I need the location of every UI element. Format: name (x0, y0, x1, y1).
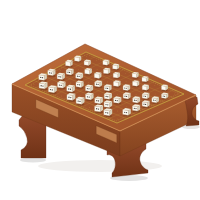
tile-face-two-pips[interactable] (76, 81, 84, 89)
tile-face-two-pips[interactable] (66, 68, 73, 76)
tile-face-two-pips[interactable] (39, 73, 47, 82)
tile-face-two-pips[interactable] (85, 93, 93, 102)
pip (67, 72, 68, 73)
pip (126, 96, 127, 97)
tile-back[interactable] (132, 72, 138, 79)
tile-face-two-pips[interactable] (57, 81, 65, 90)
pip (145, 104, 146, 105)
pip (58, 76, 59, 77)
pip (136, 100, 137, 101)
pip (115, 100, 116, 101)
pip (87, 88, 88, 89)
pip (61, 85, 62, 86)
grid-motif (89, 107, 90, 108)
pip (88, 88, 89, 89)
tile-face-two-pips[interactable] (152, 96, 159, 103)
pip (134, 100, 135, 101)
grid-motif (154, 85, 155, 86)
tile-face-two-pips[interactable] (123, 108, 131, 117)
tile-back[interactable] (66, 60, 73, 67)
pip (77, 84, 78, 85)
tile-face-two-pips[interactable] (133, 96, 140, 104)
pip (135, 108, 136, 109)
pip (106, 96, 107, 97)
pip (79, 76, 80, 77)
tile-back[interactable] (133, 80, 140, 87)
pip (124, 87, 125, 88)
pip (40, 77, 41, 78)
tile-face-two-pips[interactable] (104, 92, 112, 100)
pip (126, 88, 127, 89)
tile-face-two-pips[interactable] (123, 84, 130, 91)
pip (107, 104, 108, 105)
pip (96, 84, 97, 85)
tile-face-two-pips[interactable] (104, 100, 112, 109)
pip (145, 96, 146, 97)
pip (143, 104, 144, 105)
tile-back[interactable] (142, 84, 149, 91)
pip (96, 100, 97, 101)
pip (105, 112, 106, 113)
tile-back[interactable] (85, 68, 92, 75)
pip (124, 96, 125, 97)
pip (79, 101, 80, 102)
tile-back[interactable] (113, 64, 119, 71)
pip (134, 108, 135, 109)
tile-back[interactable] (113, 80, 120, 87)
tile-back[interactable] (75, 55, 82, 62)
grid-motif (88, 82, 89, 83)
tile-back[interactable] (104, 68, 111, 75)
grid-motif (125, 73, 126, 74)
pip (89, 96, 90, 97)
tile-face-two-pips[interactable] (85, 85, 93, 93)
tile-face-two-pips[interactable] (142, 100, 149, 108)
pip (105, 104, 106, 105)
pip (40, 85, 41, 86)
pip (59, 84, 60, 85)
pip (77, 100, 78, 101)
pip (49, 72, 50, 73)
pip (107, 112, 108, 113)
grid-motif (70, 83, 71, 84)
wooden-tile-board-scene (0, 0, 200, 200)
tile-back[interactable] (142, 76, 148, 83)
pip (68, 97, 69, 98)
pip (126, 112, 127, 113)
pip (70, 97, 71, 98)
pip (98, 100, 99, 101)
grid-motif (107, 82, 108, 83)
grid-motif (136, 94, 137, 95)
tile-back[interactable] (94, 72, 101, 79)
tile-face-two-pips[interactable] (67, 93, 75, 102)
pip (87, 96, 88, 97)
foot-shadow-left (20, 157, 46, 162)
pip (50, 89, 51, 90)
grid-motif (61, 96, 62, 97)
pip (70, 89, 71, 90)
grid-motif (126, 81, 127, 82)
board-photo (0, 0, 200, 200)
tile-face-two-pips[interactable] (95, 104, 103, 113)
pip (96, 108, 97, 109)
pip (79, 84, 80, 85)
tile-face-two-pips[interactable] (104, 84, 111, 92)
pip (155, 100, 156, 101)
pip (98, 84, 99, 85)
tile-face-two-pips[interactable] (162, 93, 169, 100)
pip (117, 100, 118, 101)
grid-motif (52, 83, 53, 84)
pip (124, 112, 125, 113)
pip (42, 77, 43, 78)
pip (105, 88, 106, 89)
tile-face-two-pips[interactable] (57, 73, 65, 81)
grid-motif (117, 94, 118, 95)
tile-face-two-pips[interactable] (76, 72, 83, 80)
grid-motif (126, 106, 127, 107)
grid-motif (78, 69, 79, 70)
pip (164, 96, 165, 97)
pip (153, 100, 154, 101)
pip (98, 108, 99, 109)
grid-motif (97, 69, 98, 70)
tile-face-two-pips[interactable] (132, 104, 140, 112)
grid-motif (98, 94, 99, 95)
pip (51, 72, 52, 73)
foot-right (185, 97, 199, 126)
grid-motif (96, 60, 97, 61)
grid-motif (34, 84, 35, 85)
grid-motif (174, 94, 175, 95)
tile-back[interactable] (161, 84, 167, 91)
tile-face-two-pips[interactable] (48, 69, 56, 77)
pip (77, 76, 78, 77)
tile-face-two-pips[interactable] (95, 96, 103, 105)
pip (163, 96, 164, 97)
pip (60, 76, 61, 77)
tile-back[interactable] (103, 59, 109, 66)
tile-back[interactable] (84, 60, 91, 67)
grid-motif (117, 119, 118, 120)
tile-face-two-pips[interactable] (114, 96, 122, 104)
pip (52, 89, 53, 90)
pip (143, 96, 144, 97)
tile-face-two-pips[interactable] (48, 85, 56, 94)
pip (107, 96, 108, 97)
grid-motif (60, 70, 61, 71)
grid-motif (80, 95, 81, 96)
tile-face-two-pips[interactable] (142, 92, 149, 99)
grid-motif (155, 94, 156, 95)
pip (69, 72, 70, 73)
tile-face-two-pips[interactable] (39, 81, 47, 90)
grid-motif (117, 111, 118, 112)
pip (68, 88, 69, 89)
tile-face-two-pips[interactable] (104, 108, 112, 117)
pip (107, 88, 108, 89)
tile-face-two-pips[interactable] (123, 92, 130, 100)
tile-face-two-pips[interactable] (95, 80, 102, 88)
tile-face-two-pips[interactable] (67, 85, 75, 94)
pip (42, 85, 43, 86)
tile-face-two-pips[interactable] (76, 97, 84, 106)
tile-back[interactable] (113, 72, 120, 79)
grid-motif (86, 56, 87, 57)
